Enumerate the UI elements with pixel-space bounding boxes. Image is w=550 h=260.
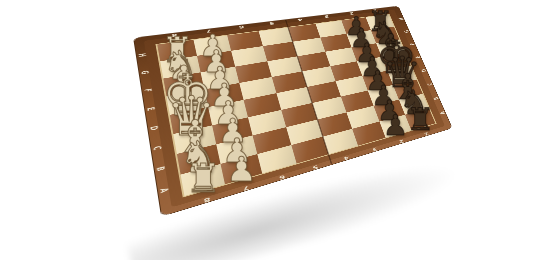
coord-front-7: 7	[242, 184, 249, 191]
coord-front-6: 6	[279, 174, 286, 180]
coord-front-8: 8	[203, 196, 211, 203]
coord-front-3: 3	[372, 146, 378, 151]
coord-left-a: A	[158, 187, 169, 194]
coord-left-b: B	[154, 166, 165, 172]
coord-left-h: H	[137, 53, 147, 58]
coord-back-6: 6	[238, 25, 244, 29]
coord-front-5: 5	[312, 164, 319, 170]
coord-front-1: 1	[424, 131, 430, 136]
coord-right-c: C	[426, 82, 432, 86]
coord-left-f: F	[142, 88, 152, 93]
coord-right-a: A	[439, 111, 446, 115]
coord-front-2: 2	[399, 139, 405, 144]
coord-back-8: 8	[171, 33, 178, 38]
coord-left-d: D	[148, 125, 159, 131]
coord-back-7: 7	[206, 29, 212, 33]
coord-right-e: E	[415, 56, 421, 59]
coord-back-1: 1	[373, 9, 378, 12]
coord-front-4: 4	[343, 155, 349, 161]
coord-back-5: 5	[269, 21, 275, 25]
chess-set-photo: AABBCCDDEEFFGGHH8877665544332211 ♜♞♝♛♚♝♞…	[0, 0, 550, 260]
coord-right-b: B	[433, 96, 440, 100]
coord-right-g: G	[403, 30, 409, 33]
coord-right-f: F	[409, 43, 415, 46]
coord-right-d: D	[420, 69, 426, 73]
coord-back-2: 2	[349, 11, 354, 15]
coord-back-4: 4	[297, 18, 303, 22]
coord-left-g: G	[139, 70, 149, 75]
coord-left-e: E	[145, 107, 155, 112]
coord-back-3: 3	[324, 14, 329, 18]
coord-left-c: C	[151, 145, 162, 151]
coord-right-h: H	[398, 18, 404, 21]
